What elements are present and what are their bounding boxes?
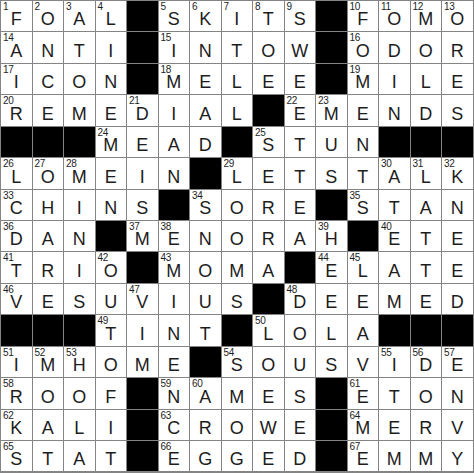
black-cell-5-8 [222,127,253,157]
cell-1-7[interactable]: 6K [190,1,221,31]
cell-2-12[interactable]: 16O [348,32,379,62]
cell-4-2[interactable]: E [33,95,64,125]
cell-4-5[interactable]: 21D [127,95,158,125]
cell-9-15[interactable]: E [442,252,473,282]
cell-3-14[interactable]: L [411,64,442,94]
cell-13-12[interactable]: 61E [348,378,379,408]
cell-letter: S [136,199,148,220]
cell-12-5[interactable]: M [127,347,158,377]
cell-15-6[interactable]: 66E [159,441,190,471]
cell-letter: A [199,105,211,126]
cell-letter: I [14,73,19,94]
cell-7-15[interactable]: N [442,190,473,220]
cell-letter: D [199,136,212,157]
cell-letter: O [230,419,244,440]
cell-6-15[interactable]: 32K [442,158,473,188]
cell-7-8[interactable]: O [222,190,253,220]
clue-number: 47 [129,284,140,295]
cell-8-1[interactable]: 36D [1,221,32,251]
cell-letter: N [388,105,401,126]
cell-3-2[interactable]: C [33,64,64,94]
black-cell-3-11 [316,64,347,94]
cell-10-4[interactable]: U [96,284,127,314]
black-cell-10-9 [253,284,284,314]
cell-11-6[interactable]: N [159,315,190,345]
cell-2-1[interactable]: 14A [1,32,32,62]
black-cell-14-11 [316,410,347,440]
cell-letter: R [199,419,212,440]
cell-letter: S [357,199,369,220]
cell-letter: U [293,356,306,377]
cell-10-8[interactable]: S [222,284,253,314]
cell-4-7[interactable]: A [190,95,221,125]
cell-5-10[interactable]: T [285,127,316,157]
cell-3-3[interactable]: O [64,64,95,94]
cell-10-3[interactable]: S [64,284,95,314]
cell-15-1[interactable]: 65S [1,441,32,471]
cell-3-15[interactable]: E [442,64,473,94]
cell-13-14[interactable]: O [411,378,442,408]
cell-letter: E [294,73,306,94]
cell-4-12[interactable]: E [348,95,379,125]
cell-12-1[interactable]: 51I [1,347,32,377]
cell-5-11[interactable]: U [316,127,347,157]
cell-8-2[interactable]: A [33,221,64,251]
cell-15-12[interactable]: 67E [348,441,379,471]
cell-12-11[interactable]: S [316,347,347,377]
cell-6-6[interactable]: N [159,158,190,188]
cell-1-2[interactable]: 2O [33,1,64,31]
cell-11-10[interactable]: O [285,315,316,345]
cell-6-13[interactable]: 30A [379,158,410,188]
cell-letter: I [234,10,239,31]
cell-letter: E [451,356,463,377]
cell-10-12[interactable]: E [348,284,379,314]
cell-letter: U [325,136,338,157]
cell-2-9[interactable]: O [253,32,284,62]
black-cell-13-5 [127,378,158,408]
cell-letter: L [11,168,21,189]
cell-3-8[interactable]: L [222,64,253,94]
cell-8-3[interactable]: N [64,221,95,251]
cell-7-14[interactable]: A [411,190,442,220]
cell-6-2[interactable]: 27O [33,158,64,188]
clue-number: 56 [413,347,424,358]
cell-7-4[interactable]: N [96,190,127,220]
cell-15-15[interactable]: Y [442,441,473,471]
cell-12-10[interactable]: U [285,347,316,377]
cell-13-10[interactable]: S [285,378,316,408]
cell-6-11[interactable]: S [316,158,347,188]
cell-11-9[interactable]: 50L [253,315,284,345]
cell-letter: D [136,105,149,126]
clue-number: 65 [3,441,14,452]
cell-9-14[interactable]: T [411,252,442,282]
cell-letter: N [199,230,212,251]
clue-number: 53 [66,347,77,358]
cell-letter: N [167,325,180,346]
cell-letter: I [392,356,397,377]
cell-8-14[interactable]: T [411,221,442,251]
clue-number: 14 [3,32,14,43]
cell-15-8[interactable]: G [222,441,253,471]
cell-letter: I [171,105,176,126]
cell-1-4[interactable]: 4L [96,1,127,31]
cell-letter: E [262,168,274,189]
cell-12-9[interactable]: O [253,347,284,377]
cell-letter: R [10,388,23,409]
cell-15-9[interactable]: E [253,441,284,471]
cell-letter: O [419,388,433,409]
cell-14-2[interactable]: A [33,410,64,440]
black-cell-2-11 [316,32,347,62]
cell-4-10[interactable]: 22E [285,95,316,125]
clue-number: 51 [3,347,14,358]
cell-letter: A [168,136,180,157]
cell-letter: E [357,388,369,409]
cell-12-6[interactable]: E [159,347,190,377]
cell-12-4[interactable]: O [96,347,127,377]
cell-4-11[interactable]: 23M [316,95,347,125]
cell-5-6[interactable]: A [159,127,190,157]
cell-1-9[interactable]: 8T [253,1,284,31]
cell-7-2[interactable]: H [33,190,64,220]
cell-6-1[interactable]: 26L [1,158,32,188]
cell-9-2[interactable]: R [33,252,64,282]
black-cell-7-6 [159,190,190,220]
cell-12-14[interactable]: 56D [411,347,442,377]
cell-13-13[interactable]: T [379,378,410,408]
cell-10-6[interactable]: I [159,284,190,314]
cell-letter: T [420,230,431,251]
cell-13-2[interactable]: O [33,378,64,408]
cell-6-3[interactable]: 28M [64,158,95,188]
cell-15-13[interactable]: M [379,441,410,471]
clue-number: 67 [350,441,361,452]
cell-2-10[interactable]: W [285,32,316,62]
cell-14-9[interactable]: W [253,410,284,440]
cell-8-10[interactable]: A [285,221,316,251]
cell-8-8[interactable]: O [222,221,253,251]
cell-letter: U [104,293,117,314]
cell-4-6[interactable]: I [159,95,190,125]
cell-letter: O [104,262,118,283]
cell-13-7[interactable]: 60A [190,378,221,408]
cell-13-9[interactable]: E [253,378,284,408]
cell-14-12[interactable]: 64M [348,410,379,440]
clue-number: 17 [3,64,14,75]
cell-letter: W [291,42,308,63]
cell-9-9[interactable]: A [253,252,284,282]
cell-7-13[interactable]: T [379,190,410,220]
cell-2-14[interactable]: O [411,32,442,62]
cell-letter: S [231,293,243,314]
clue-number: 8 [255,1,260,12]
cell-9-1[interactable]: 41T [1,252,32,282]
cell-6-12[interactable]: T [348,158,379,188]
cell-3-12[interactable]: 19M [348,64,379,94]
black-cell-3-5 [127,64,158,94]
cell-letter: M [103,136,118,157]
clue-number: 16 [350,32,361,43]
cell-10-2[interactable]: E [33,284,64,314]
cell-1-12[interactable]: 10F [348,1,379,31]
cell-10-7[interactable]: U [190,284,221,314]
cell-14-15[interactable]: V [442,410,473,440]
cell-letter: M [355,73,370,94]
cell-15-14[interactable]: M [411,441,442,471]
cell-10-1[interactable]: 46V [1,284,32,314]
cell-4-15[interactable]: S [442,95,473,125]
cell-letter: C [10,199,23,220]
cell-letter: O [356,42,370,63]
clue-number: 66 [161,441,172,452]
cell-14-4[interactable]: I [96,410,127,440]
cell-6-4[interactable]: E [96,158,127,188]
cell-1-8[interactable]: 7I [222,1,253,31]
clue-number: 33 [3,190,14,201]
cell-8-9[interactable]: R [253,221,284,251]
cell-4-14[interactable]: D [411,95,442,125]
cell-7-12[interactable]: 35S [348,190,379,220]
cell-letter: O [41,388,55,409]
cell-3-6[interactable]: 18M [159,64,190,94]
cell-10-10[interactable]: 48D [285,284,316,314]
cell-letter: F [357,10,368,31]
cell-9-13[interactable]: A [379,252,410,282]
cell-10-11[interactable]: E [316,284,347,314]
black-cell-8-4 [96,221,127,251]
black-cell-11-1 [1,315,32,345]
cell-letter: L [263,325,273,346]
cell-11-4[interactable]: 49T [96,315,127,345]
cell-letter: E [451,73,463,94]
cell-letter: M [387,293,402,314]
cell-1-13[interactable]: 11O [379,1,410,31]
cell-9-4[interactable]: 42O [96,252,127,282]
cell-4-8[interactable]: L [222,95,253,125]
cell-3-13[interactable]: I [379,64,410,94]
black-cell-5-13 [379,127,410,157]
cell-letter: Y [451,450,463,471]
black-cell-7-11 [316,190,347,220]
cell-3-1[interactable]: 17I [1,64,32,94]
cell-1-10[interactable]: 9S [285,1,316,31]
cell-letter: C [41,73,54,94]
cell-7-9[interactable]: R [253,190,284,220]
cell-1-15[interactable]: 13O [442,1,473,31]
cell-15-2[interactable]: T [33,441,64,471]
cell-7-1[interactable]: 33C [1,190,32,220]
cell-8-11[interactable]: 39H [316,221,347,251]
cell-2-2[interactable]: N [33,32,64,62]
cell-14-13[interactable]: E [379,410,410,440]
cell-13-3[interactable]: O [64,378,95,408]
cell-14-1[interactable]: 62K [1,410,32,440]
cell-7-10[interactable]: E [285,190,316,220]
cell-1-14[interactable]: 12M [411,1,442,31]
cell-letter: D [10,230,23,251]
cell-11-5[interactable]: I [127,315,158,345]
cell-1-3[interactable]: 3A [64,1,95,31]
cell-2-6[interactable]: 15I [159,32,190,62]
cell-letter: S [325,168,337,189]
cell-3-9[interactable]: E [253,64,284,94]
cell-4-3[interactable]: M [64,95,95,125]
cell-8-7[interactable]: N [190,221,221,251]
black-cell-11-14 [411,315,442,345]
cell-letter: H [325,230,338,251]
cell-14-8[interactable]: O [222,410,253,440]
cell-letter: E [325,262,337,283]
cell-6-9[interactable]: E [253,158,284,188]
cell-5-12[interactable]: N [348,127,379,157]
cell-letter: E [294,419,306,440]
cell-10-5[interactable]: 47V [127,284,158,314]
cell-13-6[interactable]: 59N [159,378,190,408]
cell-letter: L [106,10,116,31]
cell-6-5[interactable]: I [127,158,158,188]
cell-7-5[interactable]: S [127,190,158,220]
clue-number: 3 [66,1,71,12]
cell-letter: I [77,262,82,283]
cell-8-13[interactable]: 40E [379,221,410,251]
cell-8-15[interactable]: E [442,221,473,251]
cell-15-4[interactable]: T [96,441,127,471]
cell-12-12[interactable]: V [348,347,379,377]
cell-7-7[interactable]: 34S [190,190,221,220]
cell-12-3[interactable]: 53H [64,347,95,377]
cell-letter: I [171,42,176,63]
cell-letter: O [293,325,307,346]
cell-9-12[interactable]: 45L [348,252,379,282]
cell-1-1[interactable]: 1F [1,1,32,31]
cell-12-15[interactable]: 57E [442,347,473,377]
cell-5-5[interactable]: E [127,127,158,157]
cell-letter: E [357,105,369,126]
cell-letter: D [293,450,306,471]
black-cell-4-9 [253,95,284,125]
cell-6-10[interactable]: T [285,158,316,188]
cell-4-1[interactable]: 20R [1,95,32,125]
cell-letter: T [420,262,431,283]
clue-number: 61 [350,378,361,389]
cell-10-13[interactable]: M [379,284,410,314]
cell-7-3[interactable]: I [64,190,95,220]
cell-letter: F [11,10,22,31]
cell-5-4[interactable]: 24M [96,127,127,157]
cell-11-12[interactable]: A [348,315,379,345]
cell-6-14[interactable]: 31L [411,158,442,188]
cell-letter: K [451,168,463,189]
cell-8-6[interactable]: 38E [159,221,190,251]
cell-2-3[interactable]: T [64,32,95,62]
cell-letter: I [392,73,397,94]
cell-11-11[interactable]: L [316,315,347,345]
cell-letter: T [42,450,53,471]
cell-letter: E [42,105,54,126]
cell-6-8[interactable]: 29L [222,158,253,188]
cell-letter: E [357,293,369,314]
cell-11-7[interactable]: T [190,315,221,345]
cell-5-9[interactable]: 25S [253,127,284,157]
clue-number: 21 [129,95,140,106]
clue-number: 6 [192,1,197,12]
cell-9-11[interactable]: 44E [316,252,347,282]
cell-8-5[interactable]: 37M [127,221,158,251]
cell-12-8[interactable]: 54S [222,347,253,377]
cell-3-10[interactable]: E [285,64,316,94]
cell-13-1[interactable]: 58R [1,378,32,408]
cell-9-3[interactable]: I [64,252,95,282]
cell-15-3[interactable]: A [64,441,95,471]
cell-10-14[interactable]: E [411,284,442,314]
cell-letter: N [167,168,180,189]
cell-2-8[interactable]: T [222,32,253,62]
cell-14-10[interactable]: E [285,410,316,440]
black-cell-1-5 [127,1,158,31]
cell-14-6[interactable]: 63C [159,410,190,440]
cell-2-7[interactable]: N [190,32,221,62]
cell-15-7[interactable]: G [190,441,221,471]
cell-letter: N [73,230,86,251]
cell-letter: D [293,293,306,314]
cell-9-8[interactable]: M [222,252,253,282]
cell-14-3[interactable]: L [64,410,95,440]
clue-number: 48 [287,284,298,295]
cell-2-15[interactable]: R [442,32,473,62]
cell-letter: E [388,230,400,251]
cell-letter: V [357,356,369,377]
cell-3-4[interactable]: N [96,64,127,94]
cell-letter: S [168,10,180,31]
cell-letter: T [357,168,368,189]
cell-13-4[interactable]: F [96,378,127,408]
cell-2-4[interactable]: I [96,32,127,62]
cell-4-13[interactable]: N [379,95,410,125]
black-cell-1-11 [316,1,347,31]
cell-12-2[interactable]: 52M [33,347,64,377]
cell-12-13[interactable]: 55I [379,347,410,377]
cell-14-14[interactable]: R [411,410,442,440]
cell-13-15[interactable]: N [442,378,473,408]
cell-letter: D [419,105,432,126]
cell-letter: E [451,262,463,283]
cell-letter: R [451,42,464,63]
clue-number: 5 [161,1,166,12]
cell-letter: L [358,262,368,283]
cell-letter: A [357,325,369,346]
cell-1-6[interactable]: 5S [159,1,190,31]
cell-4-4[interactable]: E [96,95,127,125]
cell-10-15[interactable]: D [442,284,473,314]
cell-letter: C [167,419,180,440]
cell-letter: R [10,105,23,126]
cell-9-7[interactable]: O [190,252,221,282]
cell-letter: O [261,42,275,63]
cell-3-7[interactable]: E [190,64,221,94]
cell-letter: O [450,10,464,31]
cell-9-6[interactable]: 43M [159,252,190,282]
clue-number: 27 [35,158,46,169]
cell-15-10[interactable]: D [285,441,316,471]
cell-2-13[interactable]: D [379,32,410,62]
clue-number: 12 [413,1,424,12]
cell-letter: L [74,419,84,440]
cell-5-7[interactable]: D [190,127,221,157]
cell-13-8[interactable]: M [222,378,253,408]
cell-14-7[interactable]: R [190,410,221,440]
